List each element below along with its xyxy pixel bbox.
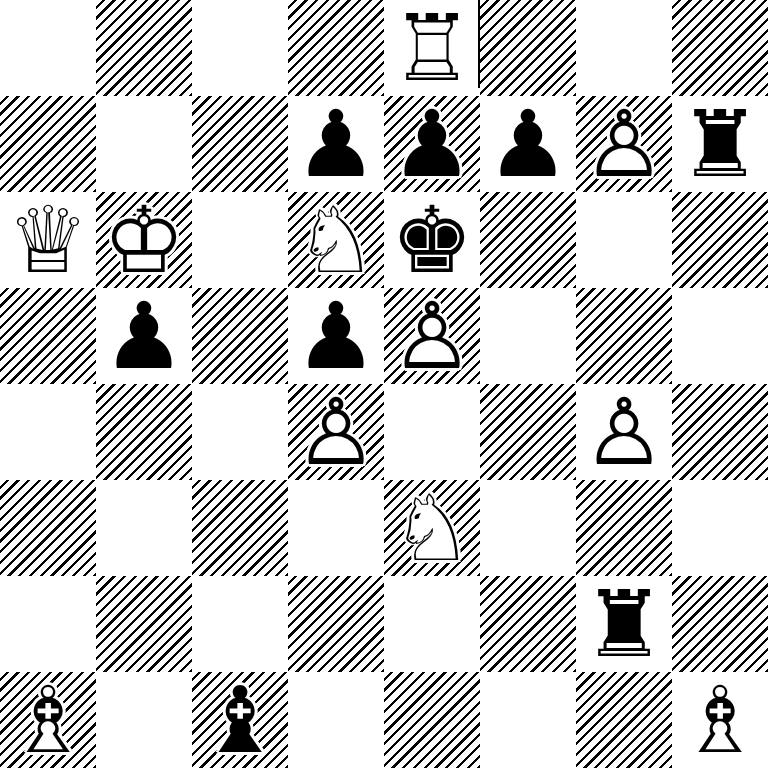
square-c3[interactable] (192, 480, 288, 576)
square-f7[interactable]: ♟♟ (480, 96, 576, 192)
square-h7[interactable]: ♜♜ (672, 96, 768, 192)
square-c4[interactable] (192, 384, 288, 480)
square-e5[interactable]: ♟♙ (384, 288, 480, 384)
square-a6[interactable]: ♛♕ (0, 192, 96, 288)
white-pawn-glyph: ♙ (576, 384, 672, 480)
stray-vertical-line (478, 0, 480, 88)
square-d3[interactable] (288, 480, 384, 576)
square-d1[interactable] (288, 672, 384, 768)
piece-black-rook[interactable]: ♜♜ (576, 576, 672, 672)
piece-black-rook[interactable]: ♜♜ (672, 96, 768, 192)
square-e2[interactable] (384, 576, 480, 672)
black-pawn-glyph: ♟ (288, 96, 384, 192)
piece-black-pawn[interactable]: ♟♟ (96, 288, 192, 384)
piece-white-king[interactable]: ♚♔ (96, 192, 192, 288)
white-queen-glyph: ♕ (0, 192, 96, 288)
square-g3[interactable] (576, 480, 672, 576)
piece-white-knight[interactable]: ♞♘ (384, 480, 480, 576)
piece-white-rook[interactable]: ♜♖ (384, 0, 480, 96)
square-g2[interactable]: ♜♜ (576, 576, 672, 672)
square-h3[interactable] (672, 480, 768, 576)
square-h4[interactable] (672, 384, 768, 480)
white-king-glyph: ♔ (96, 192, 192, 288)
square-e3[interactable]: ♞♘ (384, 480, 480, 576)
square-g8[interactable] (576, 0, 672, 96)
black-pawn-glyph: ♟ (288, 288, 384, 384)
square-e7[interactable]: ♟♟ (384, 96, 480, 192)
square-b6[interactable]: ♚♔ (96, 192, 192, 288)
square-h2[interactable] (672, 576, 768, 672)
piece-black-bishop[interactable]: ♝♝ (192, 672, 288, 768)
piece-white-pawn[interactable]: ♟♙ (576, 384, 672, 480)
square-f8[interactable] (480, 0, 576, 96)
square-c2[interactable] (192, 576, 288, 672)
square-a5[interactable] (0, 288, 96, 384)
square-h1[interactable]: ♝♗ (672, 672, 768, 768)
square-h5[interactable] (672, 288, 768, 384)
black-rook-glyph: ♜ (576, 576, 672, 672)
square-b8[interactable] (96, 0, 192, 96)
square-d2[interactable] (288, 576, 384, 672)
square-f3[interactable] (480, 480, 576, 576)
black-rook-glyph: ♜ (672, 96, 768, 192)
square-e6[interactable]: ♚♚ (384, 192, 480, 288)
square-a2[interactable] (0, 576, 96, 672)
square-d8[interactable] (288, 0, 384, 96)
square-b1[interactable] (96, 672, 192, 768)
square-g7[interactable]: ♟♙ (576, 96, 672, 192)
square-e1[interactable] (384, 672, 480, 768)
white-knight-glyph: ♘ (288, 192, 384, 288)
white-bishop-glyph: ♗ (672, 672, 768, 768)
piece-black-pawn[interactable]: ♟♟ (288, 96, 384, 192)
piece-white-pawn[interactable]: ♟♙ (384, 288, 480, 384)
square-g1[interactable] (576, 672, 672, 768)
square-f1[interactable] (480, 672, 576, 768)
square-b5[interactable]: ♟♟ (96, 288, 192, 384)
square-c8[interactable] (192, 0, 288, 96)
square-c6[interactable] (192, 192, 288, 288)
square-b3[interactable] (96, 480, 192, 576)
square-d5[interactable]: ♟♟ (288, 288, 384, 384)
square-h6[interactable] (672, 192, 768, 288)
piece-white-bishop[interactable]: ♝♗ (672, 672, 768, 768)
square-a8[interactable] (0, 0, 96, 96)
white-pawn-glyph: ♙ (384, 288, 480, 384)
piece-white-pawn[interactable]: ♟♙ (576, 96, 672, 192)
square-a4[interactable] (0, 384, 96, 480)
square-c7[interactable] (192, 96, 288, 192)
square-c5[interactable] (192, 288, 288, 384)
black-bishop-glyph: ♝ (192, 672, 288, 768)
black-pawn-glyph: ♟ (384, 96, 480, 192)
white-bishop-glyph: ♗ (0, 672, 96, 768)
piece-black-pawn[interactable]: ♟♟ (288, 288, 384, 384)
piece-black-pawn[interactable]: ♟♟ (480, 96, 576, 192)
square-e8[interactable]: ♜♖ (384, 0, 480, 96)
white-pawn-glyph: ♙ (288, 384, 384, 480)
white-knight-glyph: ♘ (384, 480, 480, 576)
square-a7[interactable] (0, 96, 96, 192)
black-king-glyph: ♚ (384, 192, 480, 288)
square-e4[interactable] (384, 384, 480, 480)
square-b7[interactable] (96, 96, 192, 192)
square-f4[interactable] (480, 384, 576, 480)
piece-white-pawn[interactable]: ♟♙ (288, 384, 384, 480)
piece-black-king[interactable]: ♚♚ (384, 192, 480, 288)
piece-white-knight[interactable]: ♞♘ (288, 192, 384, 288)
square-h8[interactable] (672, 0, 768, 96)
white-pawn-glyph: ♙ (576, 96, 672, 192)
square-b4[interactable] (96, 384, 192, 480)
square-f5[interactable] (480, 288, 576, 384)
chess-board: ♜♖♟♟♟♟♟♟♟♙♜♜♛♕♚♔♞♘♚♚♟♟♟♟♟♙♟♙♟♙♞♘♜♜♝♗♝♝♝♗ (0, 0, 768, 768)
square-g4[interactable]: ♟♙ (576, 384, 672, 480)
square-g5[interactable] (576, 288, 672, 384)
piece-black-pawn[interactable]: ♟♟ (384, 96, 480, 192)
square-d6[interactable]: ♞♘ (288, 192, 384, 288)
white-rook-glyph: ♖ (384, 0, 480, 96)
piece-white-bishop[interactable]: ♝♗ (0, 672, 96, 768)
square-d4[interactable]: ♟♙ (288, 384, 384, 480)
square-a3[interactable] (0, 480, 96, 576)
square-f6[interactable] (480, 192, 576, 288)
black-pawn-glyph: ♟ (480, 96, 576, 192)
black-pawn-glyph: ♟ (96, 288, 192, 384)
square-f2[interactable] (480, 576, 576, 672)
square-d7[interactable]: ♟♟ (288, 96, 384, 192)
square-g6[interactable] (576, 192, 672, 288)
piece-white-queen[interactable]: ♛♕ (0, 192, 96, 288)
square-b2[interactable] (96, 576, 192, 672)
square-c1[interactable]: ♝♝ (192, 672, 288, 768)
square-a1[interactable]: ♝♗ (0, 672, 96, 768)
